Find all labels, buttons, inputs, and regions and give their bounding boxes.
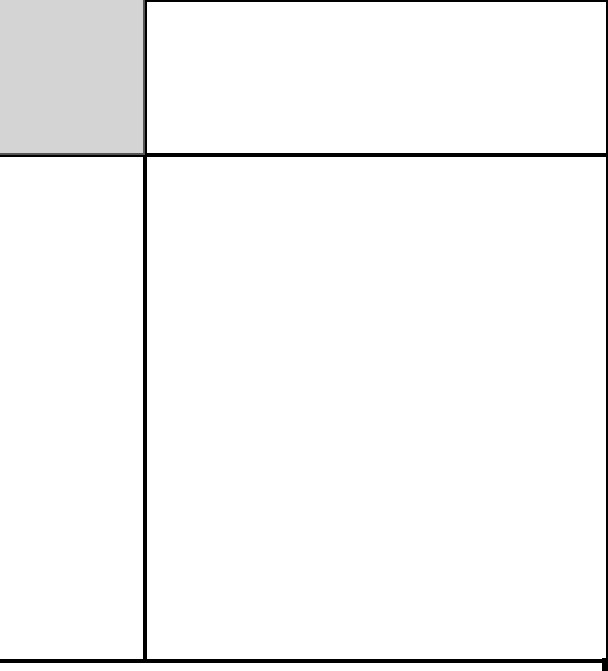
nonogram-page (0, 0, 608, 671)
watermark (602, 658, 608, 671)
corner-box (0, 0, 145, 155)
row-clues-area (0, 155, 145, 663)
column-clues-area (145, 0, 608, 155)
puzzle-grid (145, 155, 608, 663)
